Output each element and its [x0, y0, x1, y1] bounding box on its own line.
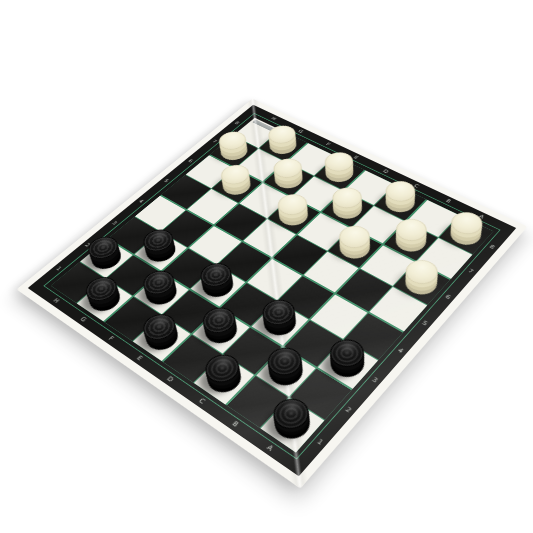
checker-white[interactable]: [445, 219, 487, 249]
rank-label: 5: [421, 320, 429, 327]
file-label: F: [107, 335, 115, 341]
board-grid: [51, 117, 493, 451]
file-label: B: [231, 420, 240, 428]
checker-black[interactable]: [268, 404, 317, 446]
board-mat: HGFEDCBA HGFEDCBA 87654321 87654321: [17, 99, 528, 489]
checkers-board: HGFEDCBA HGFEDCBA 87654321 87654321: [17, 99, 528, 489]
checker-black[interactable]: [196, 270, 239, 303]
file-label: D: [382, 169, 389, 174]
rank-label: 5: [163, 179, 170, 184]
rank-label: 1: [316, 438, 325, 446]
rank-label: 3: [111, 220, 118, 225]
product-photo-stage: HGFEDCBA HGFEDCBA 87654321 87654321: [0, 0, 533, 533]
rank-label: 2: [344, 407, 352, 415]
rank-label: 1: [55, 266, 62, 272]
file-label: A: [265, 444, 274, 452]
checker-black[interactable]: [86, 243, 127, 273]
rank-label: 6: [444, 294, 452, 300]
file-label: H: [52, 298, 60, 304]
rank-label: 3: [371, 376, 379, 383]
file-label: H: [270, 116, 277, 121]
file-label: D: [166, 376, 175, 383]
file-label: B: [445, 198, 452, 203]
file-label: C: [198, 398, 207, 406]
rank-label: 7: [467, 269, 474, 275]
board-border-band: HGFEDCBA HGFEDCBA 87654321 87654321: [28, 105, 516, 477]
rank-label: 8: [234, 121, 240, 125]
file-label: E: [136, 355, 144, 362]
rank-label: 4: [396, 348, 404, 355]
rank-label: 4: [137, 199, 144, 204]
file-label: G: [79, 316, 87, 323]
checker-white[interactable]: [400, 267, 444, 300]
rank-label: 8: [488, 244, 495, 250]
file-label: F: [325, 142, 331, 146]
checker-white[interactable]: [327, 195, 367, 223]
file-label: G: [297, 129, 304, 134]
rank-label: 6: [187, 159, 194, 164]
rank-label: 7: [211, 139, 218, 143]
